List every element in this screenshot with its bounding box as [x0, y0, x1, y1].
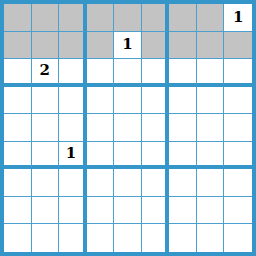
- cell-r4c8[interactable]: [197, 87, 225, 115]
- cell-r4c1[interactable]: [4, 87, 32, 115]
- cell-r8c3[interactable]: [59, 197, 87, 225]
- cell-r7c4[interactable]: [87, 169, 115, 197]
- cell-r9c9[interactable]: [224, 224, 252, 252]
- cell-r4c5[interactable]: [114, 87, 142, 115]
- cell-r3c4[interactable]: [87, 59, 115, 87]
- cell-r9c4[interactable]: [87, 224, 115, 252]
- cell-r4c4[interactable]: [87, 87, 115, 115]
- cell-r9c2[interactable]: [32, 224, 60, 252]
- cell-r2c3[interactable]: [59, 32, 87, 60]
- cell-r1c1[interactable]: [4, 4, 32, 32]
- cell-r5c3[interactable]: [59, 114, 87, 142]
- cell-r7c2[interactable]: [32, 169, 60, 197]
- cell-r2c2[interactable]: [32, 32, 60, 60]
- cell-r5c8[interactable]: [197, 114, 225, 142]
- cell-r6c6[interactable]: [142, 142, 170, 170]
- cell-r2c8[interactable]: [197, 32, 225, 60]
- cell-r1c6[interactable]: [142, 4, 170, 32]
- cell-r3c5[interactable]: [114, 59, 142, 87]
- cell-r6c9[interactable]: [224, 142, 252, 170]
- cell-r1c4[interactable]: [87, 4, 115, 32]
- cell-r8c4[interactable]: [87, 197, 115, 225]
- cell-r7c5[interactable]: [114, 169, 142, 197]
- cell-r5c5[interactable]: [114, 114, 142, 142]
- cell-r6c4[interactable]: [87, 142, 115, 170]
- cell-r8c1[interactable]: [4, 197, 32, 225]
- cell-r3c7[interactable]: [169, 59, 197, 87]
- cell-r6c2[interactable]: [32, 142, 60, 170]
- cell-r2c4[interactable]: [87, 32, 115, 60]
- cell-r7c8[interactable]: [197, 169, 225, 197]
- cell-r4c2[interactable]: [32, 87, 60, 115]
- cell-r6c3[interactable]: 1: [59, 142, 87, 170]
- cell-r9c3[interactable]: [59, 224, 87, 252]
- cell-r4c6[interactable]: [142, 87, 170, 115]
- cell-r6c5[interactable]: [114, 142, 142, 170]
- cell-r2c7[interactable]: [169, 32, 197, 60]
- puzzle-board: 1121: [0, 0, 256, 256]
- cell-r8c5[interactable]: [114, 197, 142, 225]
- cell-r7c6[interactable]: [142, 169, 170, 197]
- cell-r9c7[interactable]: [169, 224, 197, 252]
- cell-r2c6[interactable]: [142, 32, 170, 60]
- cell-r1c2[interactable]: [32, 4, 60, 32]
- cell-r8c8[interactable]: [197, 197, 225, 225]
- cell-r6c1[interactable]: [4, 142, 32, 170]
- cell-r4c3[interactable]: [59, 87, 87, 115]
- cell-r1c9[interactable]: 1: [224, 4, 252, 32]
- cell-r8c2[interactable]: [32, 197, 60, 225]
- cell-r8c9[interactable]: [224, 197, 252, 225]
- cell-r5c2[interactable]: [32, 114, 60, 142]
- cell-r4c9[interactable]: [224, 87, 252, 115]
- cell-r5c7[interactable]: [169, 114, 197, 142]
- cell-r1c3[interactable]: [59, 4, 87, 32]
- cell-r5c1[interactable]: [4, 114, 32, 142]
- cell-r5c6[interactable]: [142, 114, 170, 142]
- cell-r5c4[interactable]: [87, 114, 115, 142]
- cell-r3c1[interactable]: [4, 59, 32, 87]
- cell-r1c7[interactable]: [169, 4, 197, 32]
- cell-r8c7[interactable]: [169, 197, 197, 225]
- cell-r7c1[interactable]: [4, 169, 32, 197]
- cell-r2c9[interactable]: [224, 32, 252, 60]
- cell-r7c9[interactable]: [224, 169, 252, 197]
- cell-r7c7[interactable]: [169, 169, 197, 197]
- cell-r3c8[interactable]: [197, 59, 225, 87]
- cell-r5c9[interactable]: [224, 114, 252, 142]
- cell-r9c1[interactable]: [4, 224, 32, 252]
- cell-r2c5[interactable]: 1: [114, 32, 142, 60]
- cell-r6c8[interactable]: [197, 142, 225, 170]
- cell-r9c6[interactable]: [142, 224, 170, 252]
- cell-r3c9[interactable]: [224, 59, 252, 87]
- cell-r7c3[interactable]: [59, 169, 87, 197]
- cell-r4c7[interactable]: [169, 87, 197, 115]
- cell-r1c8[interactable]: [197, 4, 225, 32]
- cell-r8c6[interactable]: [142, 197, 170, 225]
- cell-r3c6[interactable]: [142, 59, 170, 87]
- cell-r2c1[interactable]: [4, 32, 32, 60]
- cell-r1c5[interactable]: [114, 4, 142, 32]
- cell-r3c3[interactable]: [59, 59, 87, 87]
- cell-r6c7[interactable]: [169, 142, 197, 170]
- cell-r3c2[interactable]: 2: [32, 59, 60, 87]
- cell-r9c8[interactable]: [197, 224, 225, 252]
- cell-r9c5[interactable]: [114, 224, 142, 252]
